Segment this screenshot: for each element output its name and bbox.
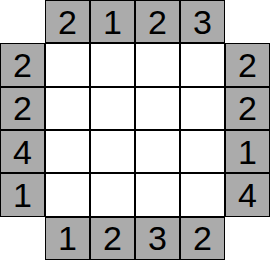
- grid-cell-r1c2[interactable]: [90, 43, 135, 86]
- grid-cell-r4c3[interactable]: [135, 173, 180, 216]
- grid-cell-r2c4[interactable]: [180, 87, 225, 130]
- clue-bottom-3: 3: [135, 217, 180, 260]
- clue-top-1: 2: [45, 0, 90, 43]
- corner-top-left: [0, 0, 45, 43]
- clue-bottom-1: 1: [45, 217, 90, 260]
- clue-right-2: 2: [225, 87, 270, 130]
- clue-top-2: 1: [90, 0, 135, 43]
- grid-cell-r3c3[interactable]: [135, 130, 180, 173]
- grid-cell-r2c3[interactable]: [135, 87, 180, 130]
- corner-top-right: [225, 0, 270, 43]
- grid-cell-r4c1[interactable]: [45, 173, 90, 216]
- grid-cell-r1c4[interactable]: [180, 43, 225, 86]
- grid-cell-r2c1[interactable]: [45, 87, 90, 130]
- clue-bottom-4: 2: [180, 217, 225, 260]
- grid-cell-r3c4[interactable]: [180, 130, 225, 173]
- grid-cell-r1c3[interactable]: [135, 43, 180, 86]
- grid-cell-r4c4[interactable]: [180, 173, 225, 216]
- clue-bottom-2: 2: [90, 217, 135, 260]
- grid-cell-r2c2[interactable]: [90, 87, 135, 130]
- clue-left-2: 2: [0, 87, 45, 130]
- skyscrapers-board: 2 1 2 3 2 2 2 2 4 1 1 4 1 2 3 2: [0, 0, 270, 260]
- clue-left-3: 4: [0, 130, 45, 173]
- grid-cell-r3c2[interactable]: [90, 130, 135, 173]
- clue-right-3: 1: [225, 130, 270, 173]
- corner-bottom-right: [225, 217, 270, 260]
- grid-cell-r4c2[interactable]: [90, 173, 135, 216]
- clue-right-4: 4: [225, 173, 270, 216]
- grid-cell-r3c1[interactable]: [45, 130, 90, 173]
- corner-bottom-left: [0, 217, 45, 260]
- clue-top-3: 2: [135, 0, 180, 43]
- clue-top-4: 3: [180, 0, 225, 43]
- grid-cell-r1c1[interactable]: [45, 43, 90, 86]
- clue-left-1: 2: [0, 43, 45, 86]
- clue-right-1: 2: [225, 43, 270, 86]
- clue-left-4: 1: [0, 173, 45, 216]
